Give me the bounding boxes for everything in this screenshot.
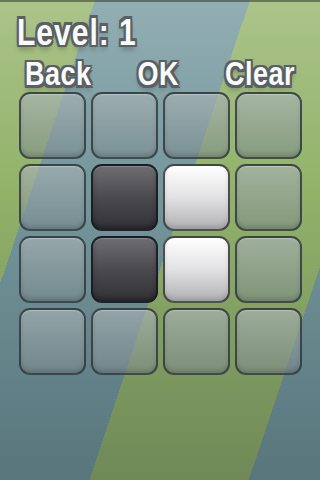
tile-r2c4[interactable] (235, 164, 302, 231)
tile-r4c2[interactable] (91, 308, 158, 375)
toolbar: Back OK Clear (0, 55, 320, 86)
ok-button[interactable]: OK (138, 55, 180, 94)
tile-r1c4[interactable] (235, 92, 302, 159)
tile-r4c3[interactable] (163, 308, 230, 375)
tile-r1c2[interactable] (91, 92, 158, 159)
level-label: Level: 1 (17, 11, 137, 54)
tile-r1c3[interactable] (163, 92, 230, 159)
tile-r4c1[interactable] (19, 308, 86, 375)
tile-r3c4[interactable] (235, 236, 302, 303)
game-screen: Level: 1 Back OK Clear (0, 0, 320, 480)
puzzle-board (19, 92, 302, 375)
tile-r1c1[interactable] (19, 92, 86, 159)
tile-r2c3[interactable] (163, 164, 230, 231)
top-edge-line (0, 0, 320, 2)
tile-r4c4[interactable] (235, 308, 302, 375)
tile-r3c3[interactable] (163, 236, 230, 303)
back-button[interactable]: Back (25, 55, 92, 94)
clear-button[interactable]: Clear (225, 55, 295, 94)
tile-r2c1[interactable] (19, 164, 86, 231)
tile-r2c2[interactable] (91, 164, 158, 231)
tile-r3c1[interactable] (19, 236, 86, 303)
tile-r3c2[interactable] (91, 236, 158, 303)
